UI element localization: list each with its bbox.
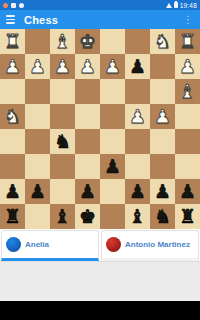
board-square[interactable] [150, 54, 175, 79]
board-square[interactable]: ♝ [50, 29, 75, 54]
white-pawn-piece: ♟ [54, 54, 71, 79]
android-navigation-bar [0, 301, 200, 320]
black-pawn-piece: ♟ [129, 179, 146, 204]
board-square[interactable] [75, 79, 100, 104]
white-rook-piece: ♜ [4, 29, 21, 54]
board-square[interactable]: ♞ [150, 29, 175, 54]
app-title: Chess [24, 14, 182, 26]
board-square[interactable]: ♟ [50, 54, 75, 79]
white-knight-piece: ♞ [4, 104, 21, 129]
board-square[interactable] [125, 79, 150, 104]
board-square[interactable]: ♜ [175, 204, 200, 229]
board-square[interactable] [125, 154, 150, 179]
board-square[interactable] [0, 79, 25, 104]
black-pawn-piece: ♟ [79, 179, 96, 204]
board-square[interactable] [50, 104, 75, 129]
hamburger-menu-icon[interactable] [6, 15, 15, 23]
board-square[interactable] [25, 104, 50, 129]
white-king-piece: ♚ [79, 29, 96, 54]
board-square[interactable]: ♝ [125, 204, 150, 229]
board-square[interactable] [0, 129, 25, 154]
black-knight-piece: ♞ [54, 129, 71, 154]
black-bishop-piece: ♝ [54, 204, 71, 229]
board-square[interactable]: ♟ [175, 54, 200, 79]
player-name: Anelia [25, 240, 49, 249]
board-square[interactable] [25, 154, 50, 179]
board-square[interactable] [100, 29, 125, 54]
board-square[interactable] [150, 154, 175, 179]
board-square[interactable]: ♜ [175, 29, 200, 54]
board-square[interactable] [75, 154, 100, 179]
board-square[interactable]: ♟ [0, 54, 25, 79]
board-square[interactable] [50, 79, 75, 104]
board-square[interactable]: ♚ [75, 204, 100, 229]
white-pawn-piece: ♟ [129, 104, 146, 129]
white-pawn-piece: ♟ [104, 54, 121, 79]
black-pawn-piece: ♟ [154, 179, 171, 204]
white-pawn-piece: ♟ [179, 54, 196, 79]
board-square[interactable]: ♟ [25, 179, 50, 204]
black-knight-piece: ♞ [154, 204, 171, 229]
board-square[interactable]: ♟ [125, 104, 150, 129]
black-pawn-piece: ♟ [179, 179, 196, 204]
overflow-menu-icon[interactable]: ⋮ [182, 15, 194, 25]
black-king-piece: ♚ [79, 204, 96, 229]
board-square[interactable] [175, 154, 200, 179]
board-square[interactable] [25, 129, 50, 154]
clock-time: 19:48 [180, 2, 197, 9]
player-avatar-blue [6, 237, 21, 252]
board-square[interactable]: ♜ [0, 29, 25, 54]
board-square[interactable] [175, 104, 200, 129]
board-square[interactable] [150, 129, 175, 154]
board-square[interactable]: ♞ [150, 204, 175, 229]
board-square[interactable]: ♝ [175, 79, 200, 104]
board-square[interactable]: ♟ [175, 179, 200, 204]
notification-dot-icon [3, 3, 8, 8]
board-square[interactable] [100, 129, 125, 154]
board-square[interactable]: ♝ [50, 204, 75, 229]
black-pawn-piece: ♟ [104, 154, 121, 179]
player-avatar-red [106, 237, 121, 252]
board-square[interactable] [75, 129, 100, 154]
status-bar: 19:48 [0, 0, 200, 10]
board-square[interactable] [100, 79, 125, 104]
board-square[interactable] [100, 104, 125, 129]
board-square[interactable]: ♟ [125, 179, 150, 204]
board-square[interactable]: ♟ [75, 54, 100, 79]
board-square[interactable] [175, 129, 200, 154]
white-bishop-piece: ♝ [54, 29, 71, 54]
board-square[interactable] [75, 104, 100, 129]
white-knight-piece: ♞ [154, 29, 171, 54]
board-square[interactable] [50, 154, 75, 179]
background-area [0, 261, 200, 301]
tab-player-black[interactable]: Antonio Martinez [101, 230, 199, 261]
battery-icon [174, 2, 178, 8]
board-square[interactable]: ♞ [50, 129, 75, 154]
app-bar: Chess ⋮ [0, 10, 200, 29]
board-square[interactable]: ♟ [75, 179, 100, 204]
notification-circle-icon [19, 3, 24, 8]
wifi-icon [166, 3, 172, 8]
black-pawn-piece: ♟ [129, 54, 146, 79]
board-square[interactable]: ♟ [100, 54, 125, 79]
board-square[interactable] [125, 129, 150, 154]
board-square[interactable]: ♟ [150, 179, 175, 204]
board-square[interactable]: ♟ [25, 54, 50, 79]
board-square[interactable] [25, 204, 50, 229]
board-square[interactable]: ♟ [150, 104, 175, 129]
white-pawn-piece: ♟ [4, 54, 21, 79]
notification-square-icon [11, 3, 16, 8]
black-rook-piece: ♜ [4, 204, 21, 229]
board-square[interactable]: ♚ [75, 29, 100, 54]
board-square[interactable]: ♞ [0, 104, 25, 129]
board-square[interactable] [150, 79, 175, 104]
white-rook-piece: ♜ [179, 29, 196, 54]
player-name: Antonio Martinez [125, 240, 190, 249]
black-bishop-piece: ♝ [129, 204, 146, 229]
board-square[interactable] [100, 179, 125, 204]
board-square[interactable]: ♟ [125, 54, 150, 79]
board-square[interactable]: ♟ [0, 179, 25, 204]
board-square[interactable] [0, 154, 25, 179]
board-square[interactable]: ♟ [100, 154, 125, 179]
tab-player-white[interactable]: Anelia [1, 230, 99, 261]
board-square[interactable] [50, 179, 75, 204]
board-square[interactable] [25, 29, 50, 54]
board-square[interactable] [25, 79, 50, 104]
white-bishop-piece: ♝ [179, 79, 196, 104]
white-pawn-piece: ♟ [29, 54, 46, 79]
black-pawn-piece: ♟ [29, 179, 46, 204]
white-pawn-piece: ♟ [79, 54, 96, 79]
black-pawn-piece: ♟ [4, 179, 21, 204]
black-rook-piece: ♜ [179, 204, 196, 229]
player-tabs: Anelia Antonio Martinez [0, 229, 200, 261]
board-square[interactable]: ♜ [0, 204, 25, 229]
white-pawn-piece: ♟ [154, 104, 171, 129]
board-square[interactable] [100, 204, 125, 229]
board-square[interactable] [125, 29, 150, 54]
chess-board: ♜♝♚♞♜♟♟♟♟♟♟♟♝♞♟♟♞♟♟♟♟♟♟♟♜♝♚♝♞♜ [0, 29, 200, 229]
